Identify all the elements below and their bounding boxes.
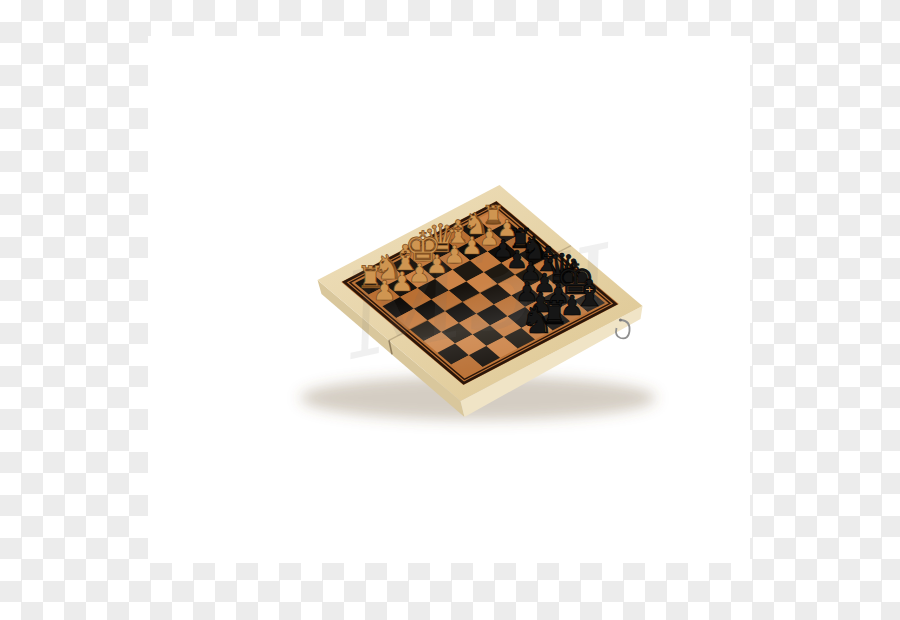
screenshot-canvas: М3ч♜♟♜♞♝♛♚♝♞♟♟♟♟♟♟♟♝♟♟♟♜♛♟♞♚♟♝♟♞♟♜♟	[0, 0, 900, 620]
chess-piece-light-pawn: ♟	[372, 275, 396, 306]
chess-piece-dark-knight: ♞	[520, 298, 554, 342]
chess-set-photo: М3ч♜♟♜♞♝♛♚♝♞♟♟♟♟♟♟♟♝♟♟♟♜♛♟♞♚♟♝♟♞♟♜♟	[0, 0, 900, 620]
